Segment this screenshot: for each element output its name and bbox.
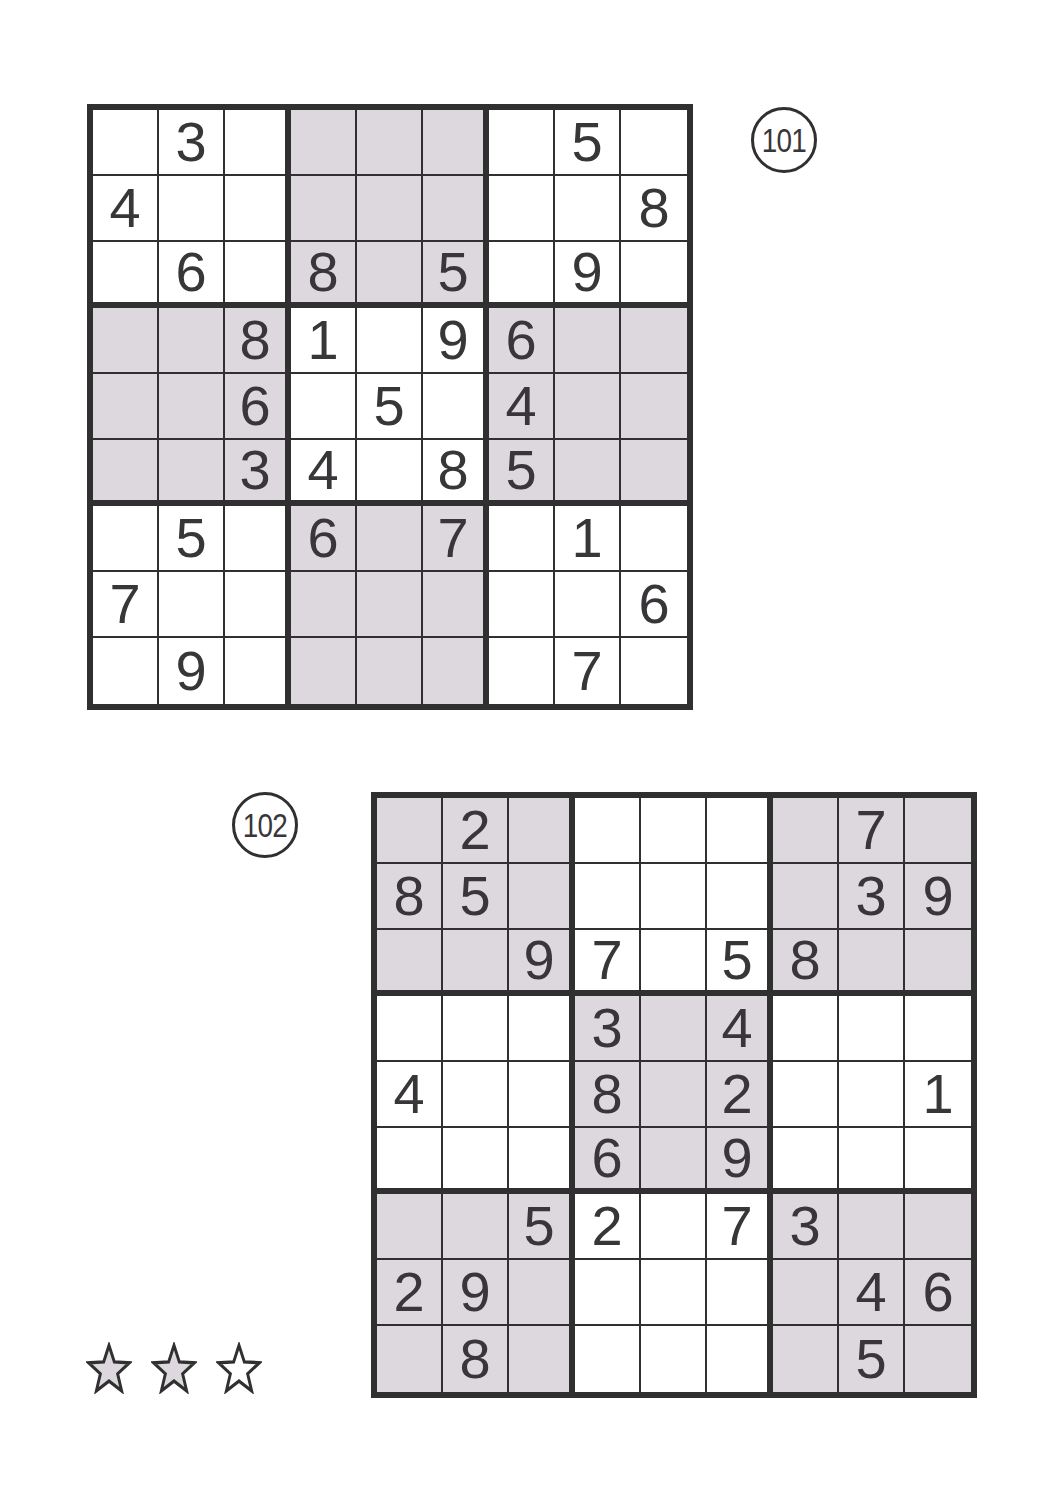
sudoku-101-cell-r2c4-empty [291, 176, 357, 242]
sudoku-102-cell-r9c5-empty [641, 1326, 707, 1392]
sudoku-102-cell-r5c9-given: 1 [905, 1062, 971, 1128]
sudoku-102-cell-r7c1-empty [377, 1194, 443, 1260]
sudoku-101-cell-r4c4-given: 1 [291, 308, 357, 374]
sudoku-101-cell-r3c8-given: 9 [555, 242, 621, 308]
sudoku-102-cell-r1c9-empty [905, 798, 971, 864]
sudoku-101-cell-r1c4-empty [291, 110, 357, 176]
sudoku-102-cell-r8c4-empty [575, 1260, 641, 1326]
sudoku-101-cell-r5c4-empty [291, 374, 357, 440]
sudoku-102-cell-r6c1-empty [377, 1128, 443, 1194]
sudoku-101-cell-r9c3-empty [225, 638, 291, 704]
sudoku-102-cell-r5c5-empty [641, 1062, 707, 1128]
sudoku-101-cell-r3c5-empty [357, 242, 423, 308]
sudoku-102-cell-r3c3-given: 9 [509, 930, 575, 996]
sudoku-101-cell-r3c4-given: 8 [291, 242, 357, 308]
sudoku-102-cell-r7c7-given: 3 [773, 1194, 839, 1260]
sudoku-102-cell-r8c3-empty [509, 1260, 575, 1326]
sudoku-102-cell-r7c3-given: 5 [509, 1194, 575, 1260]
sudoku-101-cell-r3c1-empty [93, 242, 159, 308]
sudoku-101-cell-r4c3-given: 8 [225, 308, 291, 374]
sudoku-101-cell-r8c6-empty [423, 572, 489, 638]
sudoku-101-cell-r6c7-given: 5 [489, 440, 555, 506]
sudoku-102-cell-r8c6-empty [707, 1260, 773, 1326]
sudoku-102-cell-r5c1-given: 4 [377, 1062, 443, 1128]
sudoku-101-cell-r8c8-empty [555, 572, 621, 638]
sudoku-102-cell-r4c9-empty [905, 996, 971, 1062]
sudoku-102-cell-r2c2-given: 5 [443, 864, 509, 930]
sudoku-102-cell-r2c6-empty [707, 864, 773, 930]
sudoku-102-cell-r3c6-given: 5 [707, 930, 773, 996]
sudoku-102-cell-r1c2-given: 2 [443, 798, 509, 864]
sudoku-102-cell-r4c2-empty [443, 996, 509, 1062]
difficulty-rating [86, 1342, 262, 1394]
sudoku-102-cell-r2c5-empty [641, 864, 707, 930]
sudoku-102-cell-r5c7-empty [773, 1062, 839, 1128]
sudoku-101-cell-r7c8-given: 1 [555, 506, 621, 572]
sudoku-102-cell-r1c7-empty [773, 798, 839, 864]
sudoku-102-cell-r1c6-empty [707, 798, 773, 864]
sudoku-101-cell-r2c6-empty [423, 176, 489, 242]
sudoku-101-cell-r8c3-empty [225, 572, 291, 638]
sudoku-102-cell-r3c9-empty [905, 930, 971, 996]
sudoku-101-cell-r2c7-empty [489, 176, 555, 242]
sudoku-102-cell-r5c4-given: 8 [575, 1062, 641, 1128]
sudoku-101-cell-r7c5-empty [357, 506, 423, 572]
sudoku-101-cell-r2c8-empty [555, 176, 621, 242]
sudoku-101-cell-r9c8-given: 7 [555, 638, 621, 704]
sudoku-101-cell-r6c4-given: 4 [291, 440, 357, 506]
sudoku-102-cell-r3c7-given: 8 [773, 930, 839, 996]
sudoku-101-cell-r9c7-empty [489, 638, 555, 704]
sudoku-101-cell-r9c2-given: 9 [159, 638, 225, 704]
sudoku-102-cell-r6c8-empty [839, 1128, 905, 1194]
page-container: 354868598196654348556717697 101 27853997… [0, 0, 1057, 1500]
sudoku-101-cell-r9c1-empty [93, 638, 159, 704]
sudoku-101-cell-r7c6-given: 7 [423, 506, 489, 572]
sudoku-101-cell-r8c1-given: 7 [93, 572, 159, 638]
sudoku-101-cell-r5c9-empty [621, 374, 687, 440]
sudoku-101-cell-r1c7-empty [489, 110, 555, 176]
sudoku-101-cell-r8c5-empty [357, 572, 423, 638]
sudoku-102-cell-r1c4-empty [575, 798, 641, 864]
sudoku-102-cell-r1c1-empty [377, 798, 443, 864]
sudoku-102-cell-r3c4-given: 7 [575, 930, 641, 996]
sudoku-101-cell-r1c6-empty [423, 110, 489, 176]
sudoku-102-cell-r4c7-empty [773, 996, 839, 1062]
sudoku-102-cell-r2c9-given: 9 [905, 864, 971, 930]
sudoku-102-cell-r3c1-empty [377, 930, 443, 996]
sudoku-102-cell-r8c9-given: 6 [905, 1260, 971, 1326]
sudoku-101-cell-r4c2-empty [159, 308, 225, 374]
sudoku-102-cell-r8c7-empty [773, 1260, 839, 1326]
sudoku-101-cell-r5c1-empty [93, 374, 159, 440]
sudoku-101-cell-r9c5-empty [357, 638, 423, 704]
sudoku-101-cell-r8c7-empty [489, 572, 555, 638]
sudoku-102-cell-r6c9-empty [905, 1128, 971, 1194]
sudoku-102-cell-r3c5-empty [641, 930, 707, 996]
sudoku-102-cell-r7c6-given: 7 [707, 1194, 773, 1260]
sudoku-102-cell-r8c1-given: 2 [377, 1260, 443, 1326]
sudoku-102-cell-r9c8-given: 5 [839, 1326, 905, 1392]
sudoku-102-cell-r6c2-empty [443, 1128, 509, 1194]
puzzle-number-badge-101: 101 [751, 107, 817, 173]
sudoku-102-cell-r5c6-given: 2 [707, 1062, 773, 1128]
sudoku-101-cell-r6c3-given: 3 [225, 440, 291, 506]
sudoku-102-cell-r7c9-empty [905, 1194, 971, 1260]
sudoku-101-cell-r6c6-given: 8 [423, 440, 489, 506]
sudoku-board-102: 2785399758344821695273294685 [371, 792, 977, 1398]
sudoku-102-cell-r4c6-given: 4 [707, 996, 773, 1062]
sudoku-101-cell-r7c3-empty [225, 506, 291, 572]
star-icon-empty [216, 1342, 262, 1394]
sudoku-102-cell-r9c2-given: 8 [443, 1326, 509, 1392]
sudoku-101-cell-r4c6-given: 9 [423, 308, 489, 374]
sudoku-102-cell-r9c1-empty [377, 1326, 443, 1392]
sudoku-101-cell-r8c4-empty [291, 572, 357, 638]
sudoku-102-cell-r5c2-empty [443, 1062, 509, 1128]
sudoku-102-cell-r2c4-empty [575, 864, 641, 930]
puzzle-number-label-101: 101 [762, 123, 806, 157]
sudoku-101-cell-r6c1-empty [93, 440, 159, 506]
sudoku-101-cell-r8c2-empty [159, 572, 225, 638]
sudoku-101-cell-r1c3-empty [225, 110, 291, 176]
sudoku-101-cell-r1c1-empty [93, 110, 159, 176]
sudoku-102-cell-r4c1-empty [377, 996, 443, 1062]
sudoku-101-cell-r7c7-empty [489, 506, 555, 572]
sudoku-101-cell-r5c7-given: 4 [489, 374, 555, 440]
sudoku-101-cell-r1c2-given: 3 [159, 110, 225, 176]
sudoku-102-cell-r9c6-empty [707, 1326, 773, 1392]
sudoku-board-101: 354868598196654348556717697 [87, 104, 693, 710]
sudoku-102-cell-r6c6-given: 9 [707, 1128, 773, 1194]
sudoku-101-cell-r6c8-empty [555, 440, 621, 506]
sudoku-101-cell-r1c8-given: 5 [555, 110, 621, 176]
sudoku-101-cell-r5c6-empty [423, 374, 489, 440]
sudoku-101-cell-r9c4-empty [291, 638, 357, 704]
sudoku-102-cell-r5c3-empty [509, 1062, 575, 1128]
sudoku-101-cell-r2c5-empty [357, 176, 423, 242]
sudoku-101-cell-r4c7-given: 6 [489, 308, 555, 374]
star-icon-filled [86, 1342, 132, 1394]
sudoku-101-cell-r2c9-given: 8 [621, 176, 687, 242]
sudoku-102-cell-r8c2-given: 9 [443, 1260, 509, 1326]
sudoku-102-cell-r6c5-empty [641, 1128, 707, 1194]
sudoku-102-cell-r9c9-empty [905, 1326, 971, 1392]
sudoku-102-cell-r9c4-empty [575, 1326, 641, 1392]
sudoku-101-cell-r5c5-given: 5 [357, 374, 423, 440]
sudoku-102-cell-r2c7-empty [773, 864, 839, 930]
sudoku-102-cell-r8c8-given: 4 [839, 1260, 905, 1326]
sudoku-102-cell-r7c5-empty [641, 1194, 707, 1260]
sudoku-102-cell-r4c4-given: 3 [575, 996, 641, 1062]
sudoku-101-cell-r5c3-given: 6 [225, 374, 291, 440]
sudoku-101-cell-r1c5-empty [357, 110, 423, 176]
sudoku-101-cell-r6c9-empty [621, 440, 687, 506]
sudoku-101-cell-r6c2-empty [159, 440, 225, 506]
sudoku-102-cell-r6c3-empty [509, 1128, 575, 1194]
sudoku-102-cell-r6c7-empty [773, 1128, 839, 1194]
sudoku-102-cell-r1c5-empty [641, 798, 707, 864]
sudoku-101-cell-r2c3-empty [225, 176, 291, 242]
sudoku-101-cell-r3c9-empty [621, 242, 687, 308]
sudoku-101-cell-r7c2-given: 5 [159, 506, 225, 572]
sudoku-101-cell-r2c1-given: 4 [93, 176, 159, 242]
sudoku-102-cell-r4c5-empty [641, 996, 707, 1062]
sudoku-102-cell-r8c5-empty [641, 1260, 707, 1326]
sudoku-101-cell-r3c6-given: 5 [423, 242, 489, 308]
sudoku-102-cell-r3c8-empty [839, 930, 905, 996]
sudoku-102-cell-r6c4-given: 6 [575, 1128, 641, 1194]
sudoku-102-cell-r7c8-empty [839, 1194, 905, 1260]
sudoku-101-cell-r3c7-empty [489, 242, 555, 308]
sudoku-101-cell-r9c9-empty [621, 638, 687, 704]
sudoku-102-cell-r7c2-empty [443, 1194, 509, 1260]
sudoku-101-cell-r4c9-empty [621, 308, 687, 374]
sudoku-102-cell-r2c3-empty [509, 864, 575, 930]
sudoku-101-cell-r7c4-given: 6 [291, 506, 357, 572]
sudoku-101-cell-r4c1-empty [93, 308, 159, 374]
sudoku-102-cell-r3c2-empty [443, 930, 509, 996]
sudoku-101-cell-r3c3-empty [225, 242, 291, 308]
sudoku-102-cell-r9c3-empty [509, 1326, 575, 1392]
sudoku-102-cell-r4c3-empty [509, 996, 575, 1062]
sudoku-102-cell-r1c3-empty [509, 798, 575, 864]
sudoku-102-cell-r1c8-given: 7 [839, 798, 905, 864]
sudoku-102-cell-r4c8-empty [839, 996, 905, 1062]
sudoku-101-cell-r8c9-given: 6 [621, 572, 687, 638]
sudoku-101-cell-r7c1-empty [93, 506, 159, 572]
sudoku-102-cell-r9c7-empty [773, 1326, 839, 1392]
puzzle-number-badge-102: 102 [232, 792, 298, 858]
sudoku-101-cell-r3c2-given: 6 [159, 242, 225, 308]
puzzle-number-label-102: 102 [243, 808, 287, 842]
sudoku-101-cell-r4c8-empty [555, 308, 621, 374]
sudoku-101-cell-r5c8-empty [555, 374, 621, 440]
sudoku-101-cell-r7c9-empty [621, 506, 687, 572]
sudoku-102-cell-r2c1-given: 8 [377, 864, 443, 930]
sudoku-102-cell-r2c8-given: 3 [839, 864, 905, 930]
sudoku-101-cell-r5c2-empty [159, 374, 225, 440]
sudoku-102-cell-r5c8-empty [839, 1062, 905, 1128]
star-icon-filled [151, 1342, 197, 1394]
sudoku-101-cell-r6c5-empty [357, 440, 423, 506]
sudoku-102-cell-r7c4-given: 2 [575, 1194, 641, 1260]
sudoku-101-cell-r4c5-empty [357, 308, 423, 374]
sudoku-101-cell-r9c6-empty [423, 638, 489, 704]
sudoku-101-cell-r1c9-empty [621, 110, 687, 176]
sudoku-101-cell-r2c2-empty [159, 176, 225, 242]
